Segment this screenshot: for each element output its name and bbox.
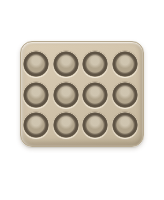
muffin-cup (23, 82, 49, 108)
muffin-cup (82, 112, 108, 138)
muffin-cup (112, 82, 138, 108)
muffin-cup (53, 51, 79, 77)
muffin-cup (82, 51, 108, 77)
muffin-cup (53, 82, 79, 108)
muffin-cup (53, 112, 79, 138)
muffin-cup (82, 82, 108, 108)
muffin-cup (112, 51, 138, 77)
muffin-cup (112, 112, 138, 138)
muffin-pan (20, 41, 144, 147)
muffin-cup (23, 112, 49, 138)
muffin-cups-grid (21, 42, 143, 146)
muffin-cup (23, 51, 49, 77)
product-photo (0, 0, 164, 200)
